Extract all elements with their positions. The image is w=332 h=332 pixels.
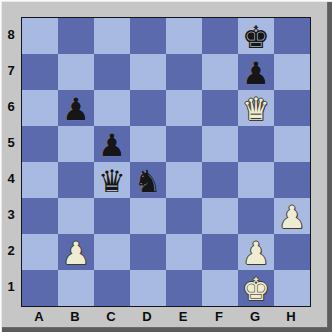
square-c3[interactable] <box>94 198 130 234</box>
square-b3[interactable] <box>58 198 94 234</box>
square-h1[interactable] <box>274 270 310 306</box>
square-b6[interactable]: ♟ <box>58 90 94 126</box>
file-label-a: A <box>21 307 57 327</box>
square-f2[interactable] <box>202 234 238 270</box>
square-b5[interactable] <box>58 126 94 162</box>
square-f1[interactable] <box>202 270 238 306</box>
square-g3[interactable] <box>238 198 274 234</box>
square-c4[interactable]: ♛ <box>94 162 130 198</box>
square-d5[interactable] <box>130 126 166 162</box>
square-c8[interactable] <box>94 18 130 54</box>
piece-white-king[interactable]: ♚ <box>242 271 270 306</box>
square-g2[interactable]: ♟ <box>238 234 274 270</box>
file-label-c: C <box>93 307 129 327</box>
square-g5[interactable] <box>238 126 274 162</box>
square-d6[interactable] <box>130 90 166 126</box>
square-e4[interactable] <box>166 162 202 198</box>
square-c2[interactable] <box>94 234 130 270</box>
square-f4[interactable] <box>202 162 238 198</box>
square-b8[interactable] <box>58 18 94 54</box>
square-h8[interactable] <box>274 18 310 54</box>
square-b7[interactable] <box>58 54 94 90</box>
square-a1[interactable] <box>22 270 58 306</box>
square-g4[interactable] <box>238 162 274 198</box>
square-a3[interactable] <box>22 198 58 234</box>
file-label-e: E <box>165 307 201 327</box>
square-g6[interactable]: ♛ <box>238 90 274 126</box>
square-c6[interactable] <box>94 90 130 126</box>
square-h7[interactable] <box>274 54 310 90</box>
square-g7[interactable]: ♟ <box>238 54 274 90</box>
square-d8[interactable] <box>130 18 166 54</box>
square-h3[interactable]: ♟ <box>274 198 310 234</box>
square-g1[interactable]: ♚ <box>238 270 274 306</box>
square-d2[interactable] <box>130 234 166 270</box>
square-h4[interactable] <box>274 162 310 198</box>
rank-label-3: 3 <box>2 197 20 233</box>
rank-label-2: 2 <box>2 233 20 269</box>
rank-label-6: 6 <box>2 89 20 125</box>
square-g8[interactable]: ♚ <box>238 18 274 54</box>
square-b4[interactable] <box>58 162 94 198</box>
square-e3[interactable] <box>166 198 202 234</box>
piece-white-pawn[interactable]: ♟ <box>242 235 270 270</box>
square-h2[interactable] <box>274 234 310 270</box>
square-b2[interactable]: ♟ <box>58 234 94 270</box>
file-label-f: F <box>201 307 237 327</box>
piece-black-knight[interactable]: ♞ <box>134 163 162 198</box>
square-c5[interactable]: ♟ <box>94 126 130 162</box>
square-f3[interactable] <box>202 198 238 234</box>
square-a8[interactable] <box>22 18 58 54</box>
rank-label-7: 7 <box>2 53 20 89</box>
file-label-g: G <box>237 307 273 327</box>
rank-label-8: 8 <box>2 17 20 53</box>
square-c7[interactable] <box>94 54 130 90</box>
square-a5[interactable] <box>22 126 58 162</box>
piece-black-pawn[interactable]: ♟ <box>98 127 126 162</box>
square-a4[interactable] <box>22 162 58 198</box>
square-d1[interactable] <box>130 270 166 306</box>
square-h6[interactable] <box>274 90 310 126</box>
square-f6[interactable] <box>202 90 238 126</box>
square-b1[interactable] <box>58 270 94 306</box>
square-e6[interactable] <box>166 90 202 126</box>
square-c1[interactable] <box>94 270 130 306</box>
square-d3[interactable] <box>130 198 166 234</box>
square-e1[interactable] <box>166 270 202 306</box>
square-f7[interactable] <box>202 54 238 90</box>
piece-white-pawn[interactable]: ♟ <box>278 199 306 234</box>
chess-board: ♚♟♟♛♟♛♞♟♟♟♚ <box>21 17 311 307</box>
square-a7[interactable] <box>22 54 58 90</box>
square-e5[interactable] <box>166 126 202 162</box>
square-e7[interactable] <box>166 54 202 90</box>
square-d7[interactable] <box>130 54 166 90</box>
square-f5[interactable] <box>202 126 238 162</box>
rank-label-1: 1 <box>2 269 20 305</box>
file-label-b: B <box>57 307 93 327</box>
piece-black-pawn[interactable]: ♟ <box>62 91 90 126</box>
piece-white-queen[interactable]: ♛ <box>242 91 270 126</box>
board-frame: ♚♟♟♛♟♛♞♟♟♟♚ 87654321ABCDEFGH <box>0 0 332 332</box>
square-f8[interactable] <box>202 18 238 54</box>
piece-white-pawn[interactable]: ♟ <box>62 235 90 270</box>
file-label-h: H <box>273 307 309 327</box>
square-e8[interactable] <box>166 18 202 54</box>
rank-label-4: 4 <box>2 161 20 197</box>
square-d4[interactable]: ♞ <box>130 162 166 198</box>
square-h5[interactable] <box>274 126 310 162</box>
file-label-d: D <box>129 307 165 327</box>
piece-black-queen[interactable]: ♛ <box>98 163 126 198</box>
square-e2[interactable] <box>166 234 202 270</box>
piece-black-king[interactable]: ♚ <box>242 19 270 54</box>
square-a2[interactable] <box>22 234 58 270</box>
square-a6[interactable] <box>22 90 58 126</box>
rank-label-5: 5 <box>2 125 20 161</box>
piece-black-pawn[interactable]: ♟ <box>242 55 270 90</box>
